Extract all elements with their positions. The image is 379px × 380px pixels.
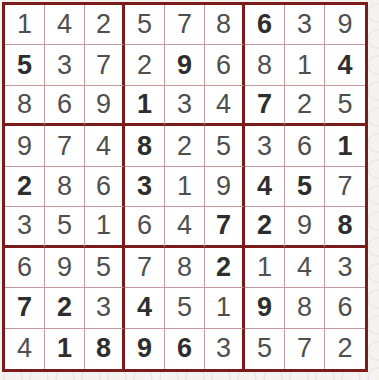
cell-r9c4[interactable]: 9 — [125, 329, 165, 369]
cell-r4c5[interactable]: 2 — [165, 126, 205, 166]
cell-r2c6[interactable]: 6 — [205, 45, 245, 85]
sudoku-board: 1425786395372968148691347259748253612863… — [2, 2, 368, 372]
cell-r5c5[interactable]: 1 — [165, 167, 205, 207]
cell-r8c9[interactable]: 6 — [325, 288, 365, 328]
cell-r4c9[interactable]: 1 — [325, 126, 365, 166]
cell-r7c9[interactable]: 3 — [325, 248, 365, 288]
cell-r3c6[interactable]: 4 — [205, 86, 245, 126]
cell-r3c7[interactable]: 7 — [245, 86, 285, 126]
cell-r8c5[interactable]: 5 — [165, 288, 205, 328]
cell-r6c5[interactable]: 4 — [165, 207, 205, 247]
cell-r1c6[interactable]: 8 — [205, 5, 245, 45]
cell-r8c2[interactable]: 2 — [45, 288, 85, 328]
cell-r1c5[interactable]: 7 — [165, 5, 205, 45]
cell-r1c1[interactable]: 1 — [5, 5, 45, 45]
cell-r5c2[interactable]: 8 — [45, 167, 85, 207]
cell-r1c2[interactable]: 4 — [45, 5, 85, 45]
cell-r8c4[interactable]: 4 — [125, 288, 165, 328]
cell-r1c4[interactable]: 5 — [125, 5, 165, 45]
cell-r5c1[interactable]: 2 — [5, 167, 45, 207]
cell-r8c8[interactable]: 8 — [285, 288, 325, 328]
cell-r9c3[interactable]: 8 — [85, 329, 125, 369]
cell-r8c6[interactable]: 1 — [205, 288, 245, 328]
cell-r2c1[interactable]: 5 — [5, 45, 45, 85]
cell-r6c9[interactable]: 8 — [325, 207, 365, 247]
cell-r5c6[interactable]: 9 — [205, 167, 245, 207]
cell-r7c8[interactable]: 4 — [285, 248, 325, 288]
cell-r1c7[interactable]: 6 — [245, 5, 285, 45]
cell-r5c3[interactable]: 6 — [85, 167, 125, 207]
cell-r7c2[interactable]: 9 — [45, 248, 85, 288]
cell-r4c4[interactable]: 8 — [125, 126, 165, 166]
cell-r4c8[interactable]: 6 — [285, 126, 325, 166]
cell-r9c8[interactable]: 7 — [285, 329, 325, 369]
cell-r2c7[interactable]: 8 — [245, 45, 285, 85]
cell-r7c6[interactable]: 2 — [205, 248, 245, 288]
cell-r6c6[interactable]: 7 — [205, 207, 245, 247]
cell-r6c2[interactable]: 5 — [45, 207, 85, 247]
cell-r8c1[interactable]: 7 — [5, 288, 45, 328]
cell-r4c7[interactable]: 3 — [245, 126, 285, 166]
cell-r6c7[interactable]: 2 — [245, 207, 285, 247]
cell-r9c2[interactable]: 1 — [45, 329, 85, 369]
cell-r8c7[interactable]: 9 — [245, 288, 285, 328]
cell-r3c5[interactable]: 3 — [165, 86, 205, 126]
cell-r1c9[interactable]: 9 — [325, 5, 365, 45]
cell-r2c8[interactable]: 1 — [285, 45, 325, 85]
cell-r3c1[interactable]: 8 — [5, 86, 45, 126]
cell-r2c2[interactable]: 3 — [45, 45, 85, 85]
cell-r3c2[interactable]: 6 — [45, 86, 85, 126]
cell-r2c5[interactable]: 9 — [165, 45, 205, 85]
cell-r9c7[interactable]: 5 — [245, 329, 285, 369]
cell-r4c6[interactable]: 5 — [205, 126, 245, 166]
cell-r7c7[interactable]: 1 — [245, 248, 285, 288]
cell-r5c7[interactable]: 4 — [245, 167, 285, 207]
cell-r7c4[interactable]: 7 — [125, 248, 165, 288]
cell-r4c1[interactable]: 9 — [5, 126, 45, 166]
cell-r7c5[interactable]: 8 — [165, 248, 205, 288]
cell-r6c1[interactable]: 3 — [5, 207, 45, 247]
cell-r9c9[interactable]: 2 — [325, 329, 365, 369]
cell-r6c3[interactable]: 1 — [85, 207, 125, 247]
cell-r7c1[interactable]: 6 — [5, 248, 45, 288]
cell-r2c9[interactable]: 4 — [325, 45, 365, 85]
cell-r9c6[interactable]: 3 — [205, 329, 245, 369]
cell-r9c5[interactable]: 6 — [165, 329, 205, 369]
cell-r1c3[interactable]: 2 — [85, 5, 125, 45]
cell-r1c8[interactable]: 3 — [285, 5, 325, 45]
cell-r4c3[interactable]: 4 — [85, 126, 125, 166]
cell-r2c4[interactable]: 2 — [125, 45, 165, 85]
cell-r5c9[interactable]: 7 — [325, 167, 365, 207]
cell-r5c4[interactable]: 3 — [125, 167, 165, 207]
cell-r6c8[interactable]: 9 — [285, 207, 325, 247]
cell-r9c1[interactable]: 4 — [5, 329, 45, 369]
cell-r5c8[interactable]: 5 — [285, 167, 325, 207]
cell-r8c3[interactable]: 3 — [85, 288, 125, 328]
cell-r7c3[interactable]: 5 — [85, 248, 125, 288]
cell-r6c4[interactable]: 6 — [125, 207, 165, 247]
cell-r4c2[interactable]: 7 — [45, 126, 85, 166]
cell-r3c4[interactable]: 1 — [125, 86, 165, 126]
cell-r3c3[interactable]: 9 — [85, 86, 125, 126]
cell-r2c3[interactable]: 7 — [85, 45, 125, 85]
cell-r3c9[interactable]: 5 — [325, 86, 365, 126]
cell-r3c8[interactable]: 2 — [285, 86, 325, 126]
